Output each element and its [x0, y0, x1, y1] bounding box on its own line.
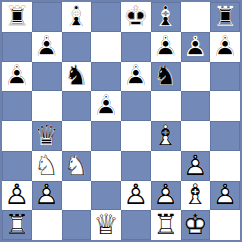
- square-a6[interactable]: ♟♙: [2, 62, 32, 92]
- black-knight-glyph-outline: ♘: [151, 62, 181, 92]
- white-pawn-glyph-fill: ♟: [151, 181, 181, 211]
- white-knight-glyph-fill: ♞: [32, 151, 62, 181]
- square-c7[interactable]: [62, 32, 92, 62]
- square-e7[interactable]: [121, 32, 151, 62]
- white-pawn-glyph-outline: ♙: [151, 181, 181, 211]
- black-pawn-glyph-outline: ♙: [181, 32, 211, 62]
- black-pawn-glyph-fill: ♟: [32, 32, 62, 62]
- chess-board: ♜♖♝♗♚♔♝♗♜♖♟♙♟♙♟♙♟♙♟♙♞♘♟♙♞♘♟♙♛♕♝♗♞♘♞♘♟♙♟♙…: [0, 0, 242, 242]
- square-b7[interactable]: ♟♙: [32, 32, 62, 62]
- white-pawn-piece[interactable]: ♟♙: [121, 181, 151, 211]
- square-d3[interactable]: [91, 151, 121, 181]
- black-knight-glyph-fill: ♞: [62, 62, 92, 92]
- black-queen-glyph-fill: ♛: [32, 121, 62, 151]
- square-c1[interactable]: [62, 210, 92, 240]
- white-queen-glyph-outline: ♕: [91, 210, 121, 240]
- black-rook-glyph-outline: ♖: [210, 2, 240, 32]
- square-g3[interactable]: ♟♙: [181, 151, 211, 181]
- black-queen-glyph-outline: ♕: [32, 121, 62, 151]
- square-e4[interactable]: [121, 121, 151, 151]
- white-rook-glyph-outline: ♖: [151, 210, 181, 240]
- white-knight-piece[interactable]: ♞♘: [62, 151, 92, 181]
- square-e2[interactable]: ♟♙: [121, 181, 151, 211]
- black-knight-glyph-outline: ♘: [62, 62, 92, 92]
- square-b4[interactable]: ♛♕: [32, 121, 62, 151]
- black-bishop-piece[interactable]: ♝♗: [62, 2, 92, 32]
- black-king-glyph-outline: ♔: [121, 2, 151, 32]
- board-squares: ♜♖♝♗♚♔♝♗♜♖♟♙♟♙♟♙♟♙♟♙♞♘♟♙♞♘♟♙♛♕♝♗♞♘♞♘♟♙♟♙…: [2, 2, 240, 240]
- black-pawn-piece[interactable]: ♟♙: [181, 32, 211, 62]
- black-bishop-glyph-outline: ♗: [62, 2, 92, 32]
- square-f6[interactable]: ♞♘: [151, 62, 181, 92]
- square-c3[interactable]: ♞♘: [62, 151, 92, 181]
- square-g4[interactable]: [181, 121, 211, 151]
- square-e8[interactable]: ♚♔: [121, 2, 151, 32]
- white-pawn-glyph-outline: ♙: [181, 151, 211, 181]
- square-h4[interactable]: [210, 121, 240, 151]
- black-pawn-piece[interactable]: ♟♙: [2, 62, 32, 92]
- white-pawn-glyph-outline: ♙: [121, 181, 151, 211]
- black-pawn-glyph-outline: ♙: [121, 62, 151, 92]
- square-e3[interactable]: [121, 151, 151, 181]
- black-rook-piece[interactable]: ♜♖: [210, 2, 240, 32]
- square-d1[interactable]: ♛♕: [91, 210, 121, 240]
- black-bishop-piece[interactable]: ♝♗: [151, 2, 181, 32]
- square-h5[interactable]: [210, 91, 240, 121]
- black-rook-glyph-outline: ♖: [2, 2, 32, 32]
- black-pawn-glyph-outline: ♙: [32, 32, 62, 62]
- square-g5[interactable]: [181, 91, 211, 121]
- square-g6[interactable]: [181, 62, 211, 92]
- white-pawn-piece[interactable]: ♟♙: [181, 151, 211, 181]
- square-b5[interactable]: [32, 91, 62, 121]
- black-bishop-glyph-fill: ♝: [151, 2, 181, 32]
- black-knight-piece[interactable]: ♞♘: [62, 62, 92, 92]
- square-a7[interactable]: [2, 32, 32, 62]
- white-pawn-glyph-fill: ♟: [32, 181, 62, 211]
- square-f1[interactable]: ♜♖: [151, 210, 181, 240]
- black-pawn-piece[interactable]: ♟♙: [121, 62, 151, 92]
- black-king-piece[interactable]: ♚♔: [121, 2, 151, 32]
- square-f8[interactable]: ♝♗: [151, 2, 181, 32]
- white-king-piece[interactable]: ♚♔: [181, 210, 211, 240]
- white-bishop-piece[interactable]: ♝♗: [181, 181, 211, 211]
- square-a1[interactable]: ♜♖: [2, 210, 32, 240]
- black-bishop-glyph-outline: ♗: [151, 2, 181, 32]
- white-knight-glyph-fill: ♞: [62, 151, 92, 181]
- black-pawn-glyph-outline: ♙: [151, 32, 181, 62]
- white-pawn-glyph-fill: ♟: [2, 181, 32, 211]
- black-pawn-glyph-outline: ♙: [91, 91, 121, 121]
- square-h7[interactable]: ♟♙: [210, 32, 240, 62]
- black-king-glyph-fill: ♚: [121, 2, 151, 32]
- square-g7[interactable]: ♟♙: [181, 32, 211, 62]
- white-pawn-piece[interactable]: ♟♙: [151, 181, 181, 211]
- white-pawn-glyph-fill: ♟: [210, 181, 240, 211]
- square-a2[interactable]: ♟♙: [2, 181, 32, 211]
- square-g2[interactable]: ♝♗: [181, 181, 211, 211]
- white-bishop-glyph-fill: ♝: [151, 121, 181, 151]
- black-rook-glyph-fill: ♜: [2, 2, 32, 32]
- square-a3[interactable]: [2, 151, 32, 181]
- square-b6[interactable]: [32, 62, 62, 92]
- black-pawn-glyph-fill: ♟: [121, 62, 151, 92]
- black-knight-piece[interactable]: ♞♘: [151, 62, 181, 92]
- square-a8[interactable]: ♜♖: [2, 2, 32, 32]
- square-d7[interactable]: [91, 32, 121, 62]
- square-a5[interactable]: [2, 91, 32, 121]
- square-c8[interactable]: ♝♗: [62, 2, 92, 32]
- white-rook-glyph-outline: ♖: [2, 210, 32, 240]
- square-h8[interactable]: ♜♖: [210, 2, 240, 32]
- square-c5[interactable]: [62, 91, 92, 121]
- square-c6[interactable]: ♞♘: [62, 62, 92, 92]
- square-f5[interactable]: [151, 91, 181, 121]
- black-pawn-piece[interactable]: ♟♙: [210, 32, 240, 62]
- square-b2[interactable]: ♟♙: [32, 181, 62, 211]
- black-pawn-piece[interactable]: ♟♙: [32, 32, 62, 62]
- black-pawn-glyph-outline: ♙: [210, 32, 240, 62]
- black-rook-piece[interactable]: ♜♖: [2, 2, 32, 32]
- square-a4[interactable]: [2, 121, 32, 151]
- square-f7[interactable]: ♟♙: [151, 32, 181, 62]
- white-queen-piece[interactable]: ♛♕: [91, 210, 121, 240]
- white-knight-glyph-outline: ♘: [62, 151, 92, 181]
- white-knight-piece[interactable]: ♞♘: [32, 151, 62, 181]
- square-d8[interactable]: [91, 2, 121, 32]
- square-h6[interactable]: [210, 62, 240, 92]
- square-c2[interactable]: [62, 181, 92, 211]
- square-d5[interactable]: ♟♙: [91, 91, 121, 121]
- black-pawn-glyph-outline: ♙: [2, 62, 32, 92]
- white-bishop-glyph-fill: ♝: [181, 181, 211, 211]
- square-f2[interactable]: ♟♙: [151, 181, 181, 211]
- white-pawn-glyph-outline: ♙: [210, 181, 240, 211]
- square-f4[interactable]: ♝♗: [151, 121, 181, 151]
- black-bishop-glyph-fill: ♝: [62, 2, 92, 32]
- square-g8[interactable]: [181, 2, 211, 32]
- square-f3[interactable]: [151, 151, 181, 181]
- white-pawn-glyph-fill: ♟: [121, 181, 151, 211]
- black-pawn-glyph-fill: ♟: [91, 91, 121, 121]
- white-rook-piece[interactable]: ♜♖: [151, 210, 181, 240]
- white-bishop-piece[interactable]: ♝♗: [151, 121, 181, 151]
- black-queen-piece[interactable]: ♛♕: [32, 121, 62, 151]
- white-rook-glyph-fill: ♜: [151, 210, 181, 240]
- black-rook-glyph-fill: ♜: [210, 2, 240, 32]
- white-king-glyph-fill: ♚: [181, 210, 211, 240]
- square-e6[interactable]: ♟♙: [121, 62, 151, 92]
- square-d2[interactable]: [91, 181, 121, 211]
- square-e1[interactable]: [121, 210, 151, 240]
- white-king-glyph-outline: ♔: [181, 210, 211, 240]
- white-pawn-glyph-fill: ♟: [181, 151, 211, 181]
- white-pawn-piece[interactable]: ♟♙: [210, 181, 240, 211]
- square-b3[interactable]: ♞♘: [32, 151, 62, 181]
- square-d4[interactable]: [91, 121, 121, 151]
- white-pawn-glyph-outline: ♙: [2, 181, 32, 211]
- white-rook-piece[interactable]: ♜♖: [2, 210, 32, 240]
- square-h2[interactable]: ♟♙: [210, 181, 240, 211]
- white-bishop-glyph-outline: ♗: [181, 181, 211, 211]
- white-pawn-piece[interactable]: ♟♙: [32, 181, 62, 211]
- white-knight-glyph-outline: ♘: [32, 151, 62, 181]
- square-b1[interactable]: [32, 210, 62, 240]
- square-g1[interactable]: ♚♔: [181, 210, 211, 240]
- black-pawn-piece[interactable]: ♟♙: [151, 32, 181, 62]
- square-h3[interactable]: [210, 151, 240, 181]
- black-pawn-glyph-fill: ♟: [2, 62, 32, 92]
- black-pawn-glyph-fill: ♟: [181, 32, 211, 62]
- white-queen-glyph-fill: ♛: [91, 210, 121, 240]
- black-pawn-glyph-fill: ♟: [151, 32, 181, 62]
- white-pawn-piece[interactable]: ♟♙: [2, 181, 32, 211]
- square-e5[interactable]: [121, 91, 151, 121]
- square-b8[interactable]: [32, 2, 62, 32]
- square-h1[interactable]: [210, 210, 240, 240]
- black-pawn-piece[interactable]: ♟♙: [91, 91, 121, 121]
- white-bishop-glyph-outline: ♗: [151, 121, 181, 151]
- white-rook-glyph-fill: ♜: [2, 210, 32, 240]
- black-knight-glyph-fill: ♞: [151, 62, 181, 92]
- square-d6[interactable]: [91, 62, 121, 92]
- square-c4[interactable]: [62, 121, 92, 151]
- black-pawn-glyph-fill: ♟: [210, 32, 240, 62]
- white-pawn-glyph-outline: ♙: [32, 181, 62, 211]
